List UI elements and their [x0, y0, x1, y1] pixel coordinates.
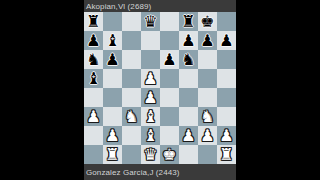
square-h4[interactable]: [217, 88, 236, 107]
square-h3[interactable]: [217, 107, 236, 126]
white-rook-icon: ♜: [105, 145, 119, 164]
square-g1[interactable]: [198, 145, 217, 164]
white-rook-icon: ♜: [219, 145, 233, 164]
white-bishop-icon: ♝: [143, 107, 157, 126]
square-g6[interactable]: [198, 50, 217, 69]
square-f5[interactable]: [179, 69, 198, 88]
square-a3[interactable]: ♟: [84, 107, 103, 126]
chess-board: ♜♛♜♚♟♝♟♟♟♞♟♟♞♝♟♟♟♞♝♞♟♝♟♟♟♜♛♚♜: [84, 12, 236, 164]
square-c6[interactable]: [122, 50, 141, 69]
square-h7[interactable]: ♟: [217, 31, 236, 50]
white-pawn-icon: ♟: [200, 126, 214, 145]
square-a7[interactable]: ♟: [84, 31, 103, 50]
square-e8[interactable]: [160, 12, 179, 31]
square-e7[interactable]: [160, 31, 179, 50]
white-pawn-icon: ♟: [219, 126, 233, 145]
square-g8[interactable]: ♚: [198, 12, 217, 31]
square-c4[interactable]: [122, 88, 141, 107]
black-bishop-icon: ♝: [105, 31, 119, 50]
square-d3[interactable]: ♝: [141, 107, 160, 126]
square-c1[interactable]: [122, 145, 141, 164]
square-a5[interactable]: ♝: [84, 69, 103, 88]
white-pawn-icon: ♟: [86, 107, 100, 126]
square-d5[interactable]: ♟: [141, 69, 160, 88]
square-g7[interactable]: ♟: [198, 31, 217, 50]
square-b7[interactable]: ♝: [103, 31, 122, 50]
black-bishop-icon: ♝: [86, 69, 100, 88]
square-c2[interactable]: [122, 126, 141, 145]
white-pawn-icon: ♟: [143, 88, 157, 107]
square-e2[interactable]: [160, 126, 179, 145]
square-b1[interactable]: ♜: [103, 145, 122, 164]
square-b4[interactable]: [103, 88, 122, 107]
black-rook-icon: ♜: [86, 12, 100, 31]
square-h8[interactable]: [217, 12, 236, 31]
white-pawn-icon: ♟: [105, 126, 119, 145]
white-bishop-icon: ♝: [143, 126, 157, 145]
square-b6[interactable]: ♟: [103, 50, 122, 69]
video-frame: Akopian,Vl (2689) ♜♛♜♚♟♝♟♟♟♞♟♟♞♝♟♟♟♞♝♞♟♝…: [0, 0, 320, 180]
black-queen-icon: ♛: [143, 12, 157, 31]
top-player-label: Akopian,Vl (2689): [86, 2, 151, 11]
black-king-icon: ♚: [200, 12, 214, 31]
square-e6[interactable]: ♟: [160, 50, 179, 69]
square-d1[interactable]: ♛: [141, 145, 160, 164]
square-c3[interactable]: ♞: [122, 107, 141, 126]
black-pawn-icon: ♟: [219, 31, 233, 50]
square-e5[interactable]: [160, 69, 179, 88]
square-b5[interactable]: [103, 69, 122, 88]
square-a4[interactable]: [84, 88, 103, 107]
square-h6[interactable]: [217, 50, 236, 69]
square-a2[interactable]: [84, 126, 103, 145]
square-b2[interactable]: ♟: [103, 126, 122, 145]
white-pawn-icon: ♟: [181, 126, 195, 145]
black-pawn-icon: ♟: [105, 50, 119, 69]
square-c5[interactable]: [122, 69, 141, 88]
white-queen-icon: ♛: [143, 145, 157, 164]
white-pawn-icon: ♟: [143, 69, 157, 88]
square-h1[interactable]: ♜: [217, 145, 236, 164]
square-g2[interactable]: ♟: [198, 126, 217, 145]
square-d6[interactable]: [141, 50, 160, 69]
black-rook-icon: ♜: [181, 12, 195, 31]
square-a1[interactable]: [84, 145, 103, 164]
white-knight-icon: ♞: [124, 107, 138, 126]
black-pawn-icon: ♟: [181, 31, 195, 50]
square-e4[interactable]: [160, 88, 179, 107]
square-d4[interactable]: ♟: [141, 88, 160, 107]
black-pawn-icon: ♟: [200, 31, 214, 50]
square-d8[interactable]: ♛: [141, 12, 160, 31]
square-a6[interactable]: ♞: [84, 50, 103, 69]
square-e3[interactable]: [160, 107, 179, 126]
square-f4[interactable]: [179, 88, 198, 107]
black-pawn-icon: ♟: [86, 31, 100, 50]
square-c8[interactable]: [122, 12, 141, 31]
black-knight-icon: ♞: [86, 50, 100, 69]
square-h2[interactable]: ♟: [217, 126, 236, 145]
square-f7[interactable]: ♟: [179, 31, 198, 50]
top-player-bar: Akopian,Vl (2689): [84, 0, 236, 12]
square-g3[interactable]: ♞: [198, 107, 217, 126]
square-b8[interactable]: [103, 12, 122, 31]
black-knight-icon: ♞: [181, 50, 195, 69]
video-area: Akopian,Vl (2689) ♜♛♜♚♟♝♟♟♟♞♟♟♞♝♟♟♟♞♝♞♟♝…: [84, 0, 236, 180]
square-g5[interactable]: [198, 69, 217, 88]
square-f6[interactable]: ♞: [179, 50, 198, 69]
square-c7[interactable]: [122, 31, 141, 50]
square-a8[interactable]: ♜: [84, 12, 103, 31]
bottom-player-label: Gonzalez Garcia,J (2443): [86, 168, 180, 177]
black-pawn-icon: ♟: [162, 50, 176, 69]
square-h5[interactable]: [217, 69, 236, 88]
square-d2[interactable]: ♝: [141, 126, 160, 145]
square-f2[interactable]: ♟: [179, 126, 198, 145]
bottom-player-bar: Gonzalez Garcia,J (2443): [84, 164, 236, 180]
square-f1[interactable]: [179, 145, 198, 164]
square-f8[interactable]: ♜: [179, 12, 198, 31]
square-f3[interactable]: [179, 107, 198, 126]
square-d7[interactable]: [141, 31, 160, 50]
white-king-icon: ♚: [162, 145, 176, 164]
square-b3[interactable]: [103, 107, 122, 126]
white-knight-icon: ♞: [200, 107, 214, 126]
square-g4[interactable]: [198, 88, 217, 107]
square-e1[interactable]: ♚: [160, 145, 179, 164]
